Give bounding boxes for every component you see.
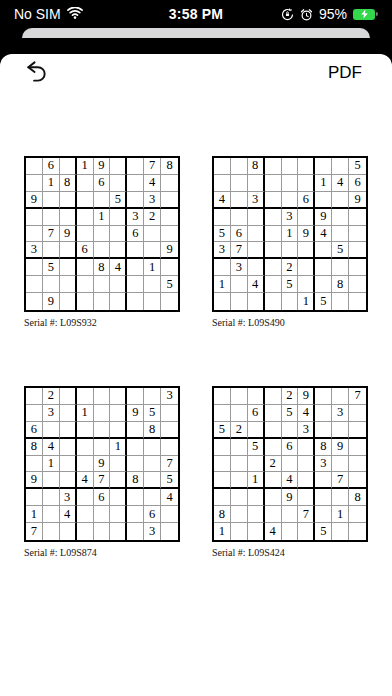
sudoku-cell [265, 192, 282, 209]
sudoku-cell: 9 [26, 472, 43, 489]
nav-bar: PDF [24, 54, 368, 92]
sudoku-cell [94, 276, 111, 293]
sudoku-cell [298, 158, 315, 175]
sudoku-cell: 8 [144, 422, 161, 439]
sudoku-cell [77, 439, 94, 456]
sudoku-cell [127, 192, 144, 209]
sudoku-cell [60, 276, 77, 293]
sudoku-cell: 6 [94, 489, 111, 506]
sudoku-cell [265, 259, 282, 276]
sudoku-cell: 4 [315, 226, 332, 243]
sudoku-cell [282, 506, 299, 523]
sudoku-cell [282, 523, 299, 540]
sudoku-cell: 4 [265, 523, 282, 540]
sudoku-cell [127, 158, 144, 175]
sudoku-cell [110, 175, 127, 192]
sudoku-cell: 3 [231, 259, 248, 276]
sudoku-cell [110, 405, 127, 422]
sudoku-cell [77, 388, 94, 405]
serial-label: Serial #: L09S932 [24, 317, 180, 328]
sudoku-cell: 3 [127, 209, 144, 226]
sudoku-cell: 5 [282, 276, 299, 293]
sudoku-cell [144, 276, 161, 293]
sudoku-cell: 9 [298, 226, 315, 243]
sudoku-cell: 9 [315, 209, 332, 226]
sudoku-cell: 9 [94, 158, 111, 175]
sudoku-cell [110, 489, 127, 506]
sudoku-cell: 9 [43, 293, 60, 310]
sudoku-cell [332, 158, 349, 175]
sudoku-cell [127, 175, 144, 192]
sudoku-cell: 8 [332, 276, 349, 293]
sudoku-cell: 1 [110, 439, 127, 456]
sudoku-cell [282, 422, 299, 439]
sudoku-cell [265, 293, 282, 310]
sudoku-cell [248, 259, 265, 276]
sudoku-cell [77, 489, 94, 506]
sudoku-cell [110, 209, 127, 226]
sudoku-cell [349, 293, 366, 310]
rotation-lock-icon [281, 8, 294, 21]
sudoku-cell [231, 158, 248, 175]
sudoku-cell: 6 [248, 405, 265, 422]
sudoku-cell [349, 439, 366, 456]
sudoku-cell: 5 [349, 158, 366, 175]
sudoku-cell: 8 [94, 259, 111, 276]
sudoku-grid: 851464369395619437532145815 [212, 156, 368, 312]
sudoku-cell [127, 489, 144, 506]
sudoku-cell [127, 259, 144, 276]
sudoku-cell [77, 456, 94, 473]
sudoku-cell [26, 276, 43, 293]
sudoku-cell [248, 489, 265, 506]
puzzle-block: 619781864953132796369584159 Serial #: L0… [24, 156, 180, 328]
sudoku-cell: 1 [248, 472, 265, 489]
sudoku-cell: 5 [110, 192, 127, 209]
sudoku-cell [161, 209, 178, 226]
sudoku-cell [43, 242, 60, 259]
sudoku-cell [161, 293, 178, 310]
sudoku-cell [315, 422, 332, 439]
sudoku-cell [231, 456, 248, 473]
sudoku-cell [110, 523, 127, 540]
sudoku-cell [144, 472, 161, 489]
sudoku-cell: 9 [298, 388, 315, 405]
sudoku-cell: 5 [248, 439, 265, 456]
sudoku-cell [248, 242, 265, 259]
sudoku-cell: 5 [161, 276, 178, 293]
sudoku-cell: 9 [26, 192, 43, 209]
sudoku-cell [315, 158, 332, 175]
sudoku-cell [94, 422, 111, 439]
sudoku-cell [282, 456, 299, 473]
sudoku-cell [127, 422, 144, 439]
sudoku-cell [77, 175, 94, 192]
sudoku-cell: 8 [315, 439, 332, 456]
sudoku-cell [332, 456, 349, 473]
sudoku-cell [144, 439, 161, 456]
sudoku-cell [214, 489, 231, 506]
sudoku-cell [77, 422, 94, 439]
sudoku-cell [144, 226, 161, 243]
sudoku-cell: 5 [214, 226, 231, 243]
sudoku-cell [60, 422, 77, 439]
sudoku-cell [298, 259, 315, 276]
sudoku-cell [282, 293, 299, 310]
sudoku-cell [265, 489, 282, 506]
sudoku-cell [298, 276, 315, 293]
sudoku-cell [349, 276, 366, 293]
sudoku-cell [77, 276, 94, 293]
sudoku-cell [161, 175, 178, 192]
sudoku-cell: 8 [248, 158, 265, 175]
sudoku-cell: 4 [77, 472, 94, 489]
sudoku-cell [26, 259, 43, 276]
sudoku-cell: 3 [332, 405, 349, 422]
sudoku-cell [349, 472, 366, 489]
sudoku-cell: 7 [161, 456, 178, 473]
sudoku-cell [26, 388, 43, 405]
sudoku-cell [332, 388, 349, 405]
sudoku-cell [94, 242, 111, 259]
sudoku-cell: 1 [94, 209, 111, 226]
sudoku-cell [214, 456, 231, 473]
sudoku-cell: 1 [315, 175, 332, 192]
sudoku-cell [349, 456, 366, 473]
battery-charging-icon [353, 9, 378, 20]
sudoku-cell: 3 [315, 456, 332, 473]
sudoku-cell: 6 [282, 439, 299, 456]
sudoku-cell [265, 472, 282, 489]
sudoku-cell [77, 209, 94, 226]
sudoku-cell [144, 388, 161, 405]
sudoku-cell: 1 [214, 523, 231, 540]
sudoku-cell: 9 [282, 489, 299, 506]
sudoku-cell [60, 293, 77, 310]
sudoku-cell [43, 506, 60, 523]
sudoku-cell [77, 192, 94, 209]
sudoku-cell: 7 [144, 158, 161, 175]
sudoku-cell: 3 [282, 209, 299, 226]
sudoku-cell [127, 523, 144, 540]
serial-label: Serial #: L09S490 [212, 317, 368, 328]
sudoku-grid: 233195688411979478536414673 [24, 386, 180, 542]
sudoku-cell: 1 [214, 276, 231, 293]
sudoku-cell [231, 489, 248, 506]
sudoku-cell: 2 [282, 259, 299, 276]
sudoku-cell: 1 [77, 405, 94, 422]
sudoku-cell [110, 506, 127, 523]
sudoku-cell [231, 209, 248, 226]
sudoku-cell: 4 [60, 506, 77, 523]
sudoku-cell [349, 405, 366, 422]
sudoku-cell [248, 226, 265, 243]
sudoku-cell [77, 293, 94, 310]
sudoku-cell: 9 [60, 226, 77, 243]
sudoku-cell: 8 [127, 472, 144, 489]
pdf-button[interactable]: PDF [328, 63, 368, 83]
sudoku-cell [315, 472, 332, 489]
sudoku-cell [43, 523, 60, 540]
sudoku-cell [43, 192, 60, 209]
puzzle-page: 619781864953132796369584159 Serial #: L0… [24, 156, 368, 558]
sudoku-cell [231, 276, 248, 293]
sudoku-cell [43, 472, 60, 489]
sudoku-cell [26, 293, 43, 310]
sudoku-cell [248, 523, 265, 540]
sudoku-cell [265, 209, 282, 226]
sudoku-cell [248, 506, 265, 523]
sudoku-cell: 7 [43, 226, 60, 243]
sudoku-cell: 6 [231, 226, 248, 243]
sudoku-cell [161, 405, 178, 422]
sudoku-cell [60, 388, 77, 405]
sudoku-cell: 5 [332, 242, 349, 259]
sudoku-cell [349, 422, 366, 439]
sudoku-cell: 9 [127, 405, 144, 422]
sudoku-cell [349, 259, 366, 276]
sudoku-cell [298, 489, 315, 506]
sudoku-cell [144, 489, 161, 506]
sudoku-cell [161, 439, 178, 456]
sudoku-cell: 9 [349, 192, 366, 209]
serial-label: Serial #: L09S424 [212, 547, 368, 558]
sudoku-cell [26, 226, 43, 243]
sudoku-cell [127, 276, 144, 293]
sudoku-cell [332, 422, 349, 439]
sudoku-cell: 1 [43, 456, 60, 473]
sudoku-cell [349, 523, 366, 540]
sudoku-cell: 7 [349, 388, 366, 405]
sudoku-cell [315, 242, 332, 259]
sudoku-cell [127, 456, 144, 473]
status-bar: No SIM 3:58 PM [0, 0, 392, 28]
sudoku-cell: 5 [315, 523, 332, 540]
sudoku-cell [110, 158, 127, 175]
sudoku-cell [60, 242, 77, 259]
sudoku-cell [265, 422, 282, 439]
sudoku-cell: 4 [144, 175, 161, 192]
sudoku-cell [265, 276, 282, 293]
sudoku-cell [127, 388, 144, 405]
sudoku-cell: 3 [161, 388, 178, 405]
sudoku-cell [94, 523, 111, 540]
sudoku-cell [231, 388, 248, 405]
sudoku-cell [231, 405, 248, 422]
sudoku-cell: 3 [26, 242, 43, 259]
sudoku-cell [110, 422, 127, 439]
sudoku-cell: 1 [43, 175, 60, 192]
sudoku-cell: 7 [231, 242, 248, 259]
sudoku-cell [127, 506, 144, 523]
sudoku-cell [77, 523, 94, 540]
sudoku-cell: 2 [144, 209, 161, 226]
sudoku-cell: 4 [214, 192, 231, 209]
sudoku-cell: 6 [94, 175, 111, 192]
sudoku-cell [265, 388, 282, 405]
sudoku-cell: 6 [26, 422, 43, 439]
sudoku-cell: 6 [349, 175, 366, 192]
sudoku-cell [282, 158, 299, 175]
sudoku-cell [26, 405, 43, 422]
sudoku-cell [26, 456, 43, 473]
sudoku-cell [315, 506, 332, 523]
sudoku-cell: 3 [144, 523, 161, 540]
sudoku-cell [332, 192, 349, 209]
sudoku-cell [60, 405, 77, 422]
sudoku-cell [265, 405, 282, 422]
sudoku-cell [60, 158, 77, 175]
sudoku-cell: 6 [43, 158, 60, 175]
sudoku-cell: 4 [110, 259, 127, 276]
sudoku-cell [144, 456, 161, 473]
sudoku-cell: 6 [127, 226, 144, 243]
sudoku-cell [144, 242, 161, 259]
sudoku-cell [298, 472, 315, 489]
sudoku-cell: 3 [60, 489, 77, 506]
sudoku-cell: 4 [332, 175, 349, 192]
sudoku-cell [231, 523, 248, 540]
sudoku-cell: 9 [161, 242, 178, 259]
sudoku-cell [110, 456, 127, 473]
sudoku-cell [60, 259, 77, 276]
sudoku-cell [265, 506, 282, 523]
sudoku-cell: 7 [298, 506, 315, 523]
sudoku-cell: 1 [26, 506, 43, 523]
battery-percent: 95% [319, 6, 347, 22]
sudoku-cell [110, 226, 127, 243]
sudoku-cell: 3 [298, 422, 315, 439]
sudoku-cell [349, 242, 366, 259]
sudoku-cell [94, 192, 111, 209]
sudoku-grid: 619781864953132796369584159 [24, 156, 180, 312]
sudoku-cell [43, 276, 60, 293]
sudoku-cell: 3 [214, 242, 231, 259]
sudoku-cell [110, 242, 127, 259]
sudoku-cell: 1 [144, 259, 161, 276]
sudoku-cell [315, 489, 332, 506]
serial-label: Serial #: L09S874 [24, 547, 180, 558]
sudoku-cell: 4 [248, 276, 265, 293]
sudoku-cell: 4 [298, 405, 315, 422]
sudoku-cell: 9 [332, 439, 349, 456]
sudoku-cell [26, 158, 43, 175]
sudoku-cell: 5 [282, 405, 299, 422]
sudoku-cell [248, 175, 265, 192]
sudoku-cell [214, 405, 231, 422]
sudoku-cell: 8 [214, 506, 231, 523]
sudoku-cell: 3 [144, 192, 161, 209]
sudoku-cell [43, 422, 60, 439]
sudoku-cell [298, 456, 315, 473]
sudoku-cell [248, 456, 265, 473]
sudoku-cell [26, 209, 43, 226]
sudoku-cell: 6 [144, 506, 161, 523]
sudoku-cell [315, 388, 332, 405]
sudoku-cell [161, 506, 178, 523]
sudoku-cell: 4 [43, 439, 60, 456]
sudoku-cell: 8 [60, 175, 77, 192]
sudoku-cell [60, 523, 77, 540]
sudoku-cell [110, 276, 127, 293]
sudoku-cell [298, 209, 315, 226]
sudoku-cell [26, 175, 43, 192]
back-button[interactable] [24, 58, 54, 88]
sudoku-cell [298, 439, 315, 456]
sudoku-cell [77, 259, 94, 276]
sudoku-cell [298, 523, 315, 540]
sudoku-cell [110, 472, 127, 489]
sudoku-cell [349, 226, 366, 243]
pdf-preview-sheet: PDF 619781864953132796369584159 Serial #… [0, 54, 392, 696]
sudoku-cell: 5 [214, 422, 231, 439]
sudoku-cell: 2 [231, 422, 248, 439]
sudoku-cell [248, 422, 265, 439]
sudoku-cell [214, 175, 231, 192]
sudoku-cell: 5 [161, 472, 178, 489]
sudoku-cell [94, 388, 111, 405]
sudoku-cell: 8 [161, 158, 178, 175]
sudoku-cell [265, 226, 282, 243]
sudoku-cell [214, 259, 231, 276]
sudoku-cell [110, 388, 127, 405]
sudoku-cell: 2 [265, 456, 282, 473]
sudoku-cell [231, 439, 248, 456]
sudoku-cell [332, 259, 349, 276]
sudoku-cell [161, 259, 178, 276]
sudoku-cell [94, 293, 111, 310]
sudoku-cell [214, 158, 231, 175]
sudoku-cell [161, 422, 178, 439]
sudoku-cell [94, 439, 111, 456]
sudoku-cell [77, 506, 94, 523]
sudoku-cell [60, 472, 77, 489]
sudoku-cell [127, 242, 144, 259]
sudoku-cell [110, 293, 127, 310]
sudoku-cell [282, 242, 299, 259]
sudoku-cell [94, 226, 111, 243]
sudoku-cell [248, 209, 265, 226]
sudoku-cell [26, 489, 43, 506]
sudoku-cell [214, 388, 231, 405]
sudoku-grid: 297654352356892314798871145 [212, 386, 368, 542]
sudoku-cell [60, 209, 77, 226]
sudoku-cell: 8 [349, 489, 366, 506]
sudoku-cell: 5 [144, 405, 161, 422]
sudoku-cell: 2 [282, 388, 299, 405]
alarm-icon [300, 8, 313, 21]
sudoku-cell [248, 293, 265, 310]
sudoku-cell: 2 [43, 388, 60, 405]
sudoku-cell: 4 [161, 489, 178, 506]
sudoku-cell [60, 192, 77, 209]
sudoku-cell [161, 523, 178, 540]
sudoku-cell [332, 209, 349, 226]
sudoku-cell: 5 [43, 259, 60, 276]
sudoku-cell [231, 472, 248, 489]
sudoku-cell [265, 175, 282, 192]
sudoku-cell [127, 293, 144, 310]
sudoku-cell [214, 472, 231, 489]
sudoku-cell [161, 226, 178, 243]
sudoku-cell [298, 242, 315, 259]
sudoku-cell [332, 226, 349, 243]
sudoku-cell [77, 226, 94, 243]
sudoku-cell [60, 439, 77, 456]
sudoku-cell [214, 293, 231, 310]
sudoku-cell [161, 192, 178, 209]
sudoku-cell: 1 [77, 158, 94, 175]
